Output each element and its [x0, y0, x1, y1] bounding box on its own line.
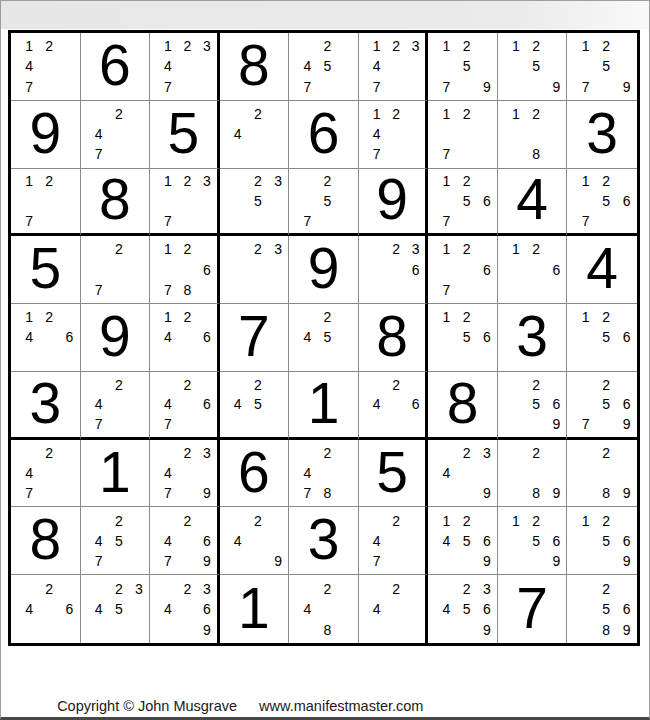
- cell-r8c4[interactable]: 249: [220, 507, 290, 575]
- cell-value: 4: [516, 171, 548, 228]
- candidate-empty: [616, 56, 637, 76]
- candidate-empty: [546, 144, 566, 164]
- candidate-digit: 1: [19, 307, 39, 327]
- candidate-empty: [457, 280, 477, 300]
- candidate-empty: [338, 191, 358, 211]
- candidate-digit: 9: [477, 483, 497, 503]
- candidate-empty: [317, 599, 337, 620]
- candidate-empty: [178, 599, 198, 620]
- candidate-empty: [178, 551, 198, 571]
- candidate-grid: 289: [575, 443, 637, 504]
- candidate-digit: 9: [197, 619, 217, 640]
- cell-r1c9[interactable]: 12579: [567, 33, 637, 101]
- cell-r2c6[interactable]: 1247: [359, 101, 429, 169]
- candidate-empty: [178, 463, 198, 483]
- candidate-digit: 2: [526, 375, 546, 395]
- candidate-empty: [406, 510, 426, 530]
- cell-r2c2[interactable]: 247: [81, 101, 151, 169]
- candidate-digit: 5: [596, 599, 617, 620]
- cell-r9c9[interactable]: 25689: [567, 575, 637, 643]
- cell-r6c6[interactable]: 246: [359, 372, 429, 440]
- candidate-empty: [178, 56, 198, 76]
- candidate-digit: 2: [457, 104, 477, 124]
- candidate-empty: [575, 619, 596, 640]
- cell-r1c6[interactable]: 12347: [359, 33, 429, 101]
- candidate-grid: 247: [89, 104, 150, 165]
- cell-r1c5[interactable]: 2457: [289, 33, 359, 101]
- candidate-digit: 7: [367, 144, 387, 164]
- candidate-digit: 3: [197, 578, 217, 599]
- candidate-digit: 2: [386, 375, 406, 395]
- candidate-empty: [436, 260, 456, 280]
- candidate-digit: 2: [39, 578, 59, 599]
- candidate-empty: [158, 191, 178, 211]
- candidate-empty: [477, 124, 497, 144]
- candidate-grid: 127: [436, 104, 497, 165]
- candidate-empty: [228, 375, 248, 395]
- candidate-empty: [406, 619, 426, 640]
- candidate-digit: 1: [436, 36, 456, 56]
- candidate-empty: [506, 414, 526, 434]
- candidate-empty: [546, 280, 566, 300]
- candidate-grid: 2478: [297, 443, 358, 504]
- cell-r9c4[interactable]: 1: [220, 575, 290, 643]
- cell-r3c1[interactable]: 127: [11, 169, 81, 237]
- candidate-empty: [406, 599, 426, 620]
- cell-r2c7[interactable]: 127: [428, 101, 498, 169]
- cell-r7c7[interactable]: 2349: [428, 440, 498, 508]
- candidate-digit: 9: [616, 619, 637, 640]
- candidate-digit: 4: [19, 327, 39, 347]
- candidate-empty: [129, 104, 149, 124]
- candidate-empty: [477, 510, 497, 530]
- candidate-digit: 9: [477, 551, 497, 571]
- cell-r9c5[interactable]: 248: [289, 575, 359, 643]
- candidate-digit: 2: [109, 104, 129, 124]
- candidate-empty: [575, 578, 596, 599]
- candidate-digit: 2: [248, 104, 268, 124]
- cell-r8c2[interactable]: 2457: [81, 507, 151, 575]
- cell-r3c9[interactable]: 12567: [567, 169, 637, 237]
- cell-r1c4[interactable]: 8: [220, 33, 290, 101]
- candidate-empty: [616, 348, 637, 368]
- candidate-grid: 127: [19, 172, 80, 231]
- cell-r4c3[interactable]: 12678: [150, 236, 220, 304]
- candidate-digit: 6: [406, 260, 426, 280]
- candidate-empty: [575, 375, 596, 395]
- candidate-digit: 2: [317, 172, 337, 192]
- cell-r2c4[interactable]: 24: [220, 101, 290, 169]
- candidate-digit: 4: [89, 394, 109, 414]
- candidate-empty: [268, 280, 288, 300]
- candidate-empty: [596, 414, 617, 434]
- candidate-digit: 2: [386, 36, 406, 56]
- cell-r8c7[interactable]: 124569: [428, 507, 498, 575]
- candidate-empty: [616, 307, 637, 327]
- candidate-empty: [457, 619, 477, 640]
- cell-r8c3[interactable]: 24679: [150, 507, 220, 575]
- candidate-empty: [197, 77, 217, 97]
- cell-r8c5[interactable]: 3: [289, 507, 359, 575]
- cell-r5c1[interactable]: 1246: [11, 304, 81, 372]
- candidate-empty: [406, 551, 426, 571]
- cell-r2c3[interactable]: 5: [150, 101, 220, 169]
- candidate-digit: 7: [89, 144, 109, 164]
- candidate-digit: 1: [506, 510, 526, 530]
- candidate-empty: [228, 551, 248, 571]
- candidate-empty: [526, 551, 546, 571]
- candidate-digit: 4: [158, 56, 178, 76]
- candidate-empty: [596, 463, 617, 483]
- top-band: [1, 1, 649, 29]
- candidate-empty: [268, 211, 288, 231]
- cell-value: 5: [29, 240, 61, 297]
- candidate-empty: [546, 239, 566, 259]
- candidate-empty: [386, 77, 406, 97]
- candidate-digit: 7: [575, 211, 596, 231]
- cell-r2c1[interactable]: 9: [11, 101, 81, 169]
- candidate-digit: 9: [616, 483, 637, 503]
- candidate-empty: [178, 414, 198, 434]
- candidate-empty: [575, 599, 596, 620]
- candidate-empty: [477, 307, 497, 327]
- candidate-digit: 2: [596, 510, 617, 530]
- candidate-empty: [59, 211, 79, 231]
- cell-r1c7[interactable]: 12579: [428, 33, 498, 101]
- candidate-empty: [457, 260, 477, 280]
- candidate-empty: [406, 578, 426, 599]
- candidate-empty: [197, 191, 217, 211]
- cell-r6c2[interactable]: 247: [81, 372, 151, 440]
- cell-r5c8[interactable]: 3: [498, 304, 568, 372]
- candidate-digit: 6: [546, 394, 566, 414]
- candidate-empty: [386, 394, 406, 414]
- candidate-empty: [19, 619, 39, 640]
- cell-r9c2[interactable]: 2345: [81, 575, 151, 643]
- cell-value: 8: [447, 375, 479, 432]
- candidate-digit: 4: [158, 599, 178, 620]
- candidate-empty: [129, 124, 149, 144]
- candidate-empty: [39, 327, 59, 347]
- cell-r4c4[interactable]: 23: [220, 236, 290, 304]
- candidate-digit: 4: [228, 531, 248, 551]
- cell-r7c2[interactable]: 1: [81, 440, 151, 508]
- candidate-grid: 247: [89, 375, 150, 434]
- candidate-digit: 4: [367, 531, 387, 551]
- cell-r2c8[interactable]: 128: [498, 101, 568, 169]
- candidate-digit: 2: [386, 578, 406, 599]
- candidate-empty: [367, 578, 387, 599]
- candidate-digit: 4: [297, 327, 317, 347]
- cell-r8c1[interactable]: 8: [11, 507, 81, 575]
- cell-r3c7[interactable]: 12567: [428, 169, 498, 237]
- cell-r2c9[interactable]: 3: [567, 101, 637, 169]
- candidate-empty: [39, 77, 59, 97]
- candidate-empty: [129, 280, 149, 300]
- cell-r4c6[interactable]: 236: [359, 236, 429, 304]
- candidate-digit: 1: [575, 36, 596, 56]
- candidate-empty: [228, 239, 248, 259]
- candidate-empty: [178, 327, 198, 347]
- candidate-digit: 7: [19, 211, 39, 231]
- cell-r4c2[interactable]: 27: [81, 236, 151, 304]
- candidate-empty: [39, 619, 59, 640]
- candidate-empty: [506, 463, 526, 483]
- cell-value: 9: [376, 171, 408, 228]
- cell-r4c5[interactable]: 9: [289, 236, 359, 304]
- candidate-empty: [477, 56, 497, 76]
- cell-r1c3[interactable]: 12347: [150, 33, 220, 101]
- cell-r9c6[interactable]: 24: [359, 575, 429, 643]
- candidate-digit: 3: [268, 172, 288, 192]
- candidate-empty: [297, 578, 317, 599]
- cell-r7c4[interactable]: 6: [220, 440, 290, 508]
- candidate-empty: [59, 348, 79, 368]
- candidate-empty: [546, 56, 566, 76]
- candidate-digit: 3: [477, 443, 497, 463]
- candidate-digit: 4: [436, 531, 456, 551]
- cell-r3c4[interactable]: 235: [220, 169, 290, 237]
- candidate-empty: [268, 124, 288, 144]
- candidate-digit: 6: [616, 599, 637, 620]
- candidate-empty: [228, 280, 248, 300]
- candidate-empty: [338, 599, 358, 620]
- candidate-empty: [386, 551, 406, 571]
- candidate-empty: [59, 578, 79, 599]
- candidate-digit: 7: [89, 551, 109, 571]
- candidate-empty: [386, 414, 406, 434]
- candidate-digit: 2: [178, 443, 198, 463]
- cell-r9c7[interactable]: 234569: [428, 575, 498, 643]
- candidate-digit: 7: [158, 211, 178, 231]
- candidate-empty: [158, 443, 178, 463]
- candidate-digit: 5: [457, 191, 477, 211]
- cell-r3c8[interactable]: 4: [498, 169, 568, 237]
- candidate-digit: 2: [109, 239, 129, 259]
- candidate-empty: [477, 211, 497, 231]
- cell-r5c5[interactable]: 245: [289, 304, 359, 372]
- cell-value: 8: [238, 37, 270, 94]
- candidate-digit: 4: [158, 531, 178, 551]
- cell-r6c1[interactable]: 3: [11, 372, 81, 440]
- candidate-empty: [19, 348, 39, 368]
- candidate-digit: 6: [197, 394, 217, 414]
- candidate-grid: 23: [228, 239, 289, 300]
- candidate-empty: [59, 56, 79, 76]
- cell-r7c8[interactable]: 289: [498, 440, 568, 508]
- cell-r8c9[interactable]: 12569: [567, 507, 637, 575]
- cell-r5c9[interactable]: 1256: [567, 304, 637, 372]
- candidate-digit: 2: [178, 510, 198, 530]
- candidate-digit: 4: [297, 599, 317, 620]
- cell-r1c2[interactable]: 6: [81, 33, 151, 101]
- candidate-empty: [248, 531, 268, 551]
- candidate-grid: 1259: [506, 36, 567, 97]
- candidate-digit: 4: [297, 463, 317, 483]
- candidate-digit: 2: [178, 375, 198, 395]
- cell-r1c8[interactable]: 1259: [498, 33, 568, 101]
- cell-r7c6[interactable]: 5: [359, 440, 429, 508]
- candidate-digit: 5: [526, 56, 546, 76]
- candidate-digit: 5: [526, 394, 546, 414]
- candidate-empty: [39, 599, 59, 620]
- cell-r4c8[interactable]: 126: [498, 236, 568, 304]
- candidate-empty: [89, 510, 109, 530]
- candidate-digit: 9: [477, 619, 497, 640]
- cell-r4c1[interactable]: 5: [11, 236, 81, 304]
- candidate-digit: 2: [317, 578, 337, 599]
- page: 1247612347824571234712579125912579924752…: [0, 0, 650, 720]
- cell-r4c9[interactable]: 4: [567, 236, 637, 304]
- candidate-empty: [338, 463, 358, 483]
- candidate-digit: 5: [596, 531, 617, 551]
- candidate-empty: [317, 463, 337, 483]
- candidate-empty: [109, 124, 129, 144]
- candidate-digit: 4: [158, 394, 178, 414]
- candidate-empty: [109, 619, 129, 640]
- candidate-empty: [109, 280, 129, 300]
- cell-r6c9[interactable]: 25679: [567, 372, 637, 440]
- candidate-empty: [228, 104, 248, 124]
- candidate-digit: 2: [248, 172, 268, 192]
- candidate-empty: [89, 578, 109, 599]
- cell-r5c2[interactable]: 9: [81, 304, 151, 372]
- cell-r6c7[interactable]: 8: [428, 372, 498, 440]
- candidate-grid: 23469: [158, 578, 217, 640]
- candidate-empty: [436, 483, 456, 503]
- candidate-empty: [228, 260, 248, 280]
- candidate-empty: [178, 77, 198, 97]
- cell-value: 1: [99, 444, 131, 501]
- cell-r6c3[interactable]: 2467: [150, 372, 220, 440]
- candidate-empty: [109, 394, 129, 414]
- candidate-grid: 246: [19, 578, 80, 640]
- cell-r7c9[interactable]: 289: [567, 440, 637, 508]
- candidate-digit: 1: [436, 172, 456, 192]
- cell-r8c6[interactable]: 247: [359, 507, 429, 575]
- cell-r3c2[interactable]: 8: [81, 169, 151, 237]
- candidate-digit: 4: [367, 124, 387, 144]
- cell-r7c5[interactable]: 2478: [289, 440, 359, 508]
- cell-r6c8[interactable]: 2569: [498, 372, 568, 440]
- candidate-digit: 2: [109, 578, 129, 599]
- candidate-grid: 289: [506, 443, 567, 504]
- candidate-digit: 9: [616, 414, 637, 434]
- cell-r9c8[interactable]: 7: [498, 575, 568, 643]
- candidate-empty: [248, 260, 268, 280]
- candidate-digit: 3: [406, 36, 426, 56]
- cell-r5c6[interactable]: 8: [359, 304, 429, 372]
- candidate-empty: [616, 172, 637, 192]
- candidate-empty: [386, 280, 406, 300]
- candidate-empty: [129, 510, 149, 530]
- candidate-empty: [228, 211, 248, 231]
- candidate-digit: 2: [457, 307, 477, 327]
- cell-r6c5[interactable]: 1: [289, 372, 359, 440]
- candidate-digit: 4: [297, 56, 317, 76]
- candidate-empty: [436, 619, 456, 640]
- candidate-empty: [197, 463, 217, 483]
- cell-value: 6: [99, 37, 131, 94]
- candidate-empty: [406, 144, 426, 164]
- candidate-digit: 6: [59, 327, 79, 347]
- candidate-empty: [59, 36, 79, 56]
- candidate-empty: [129, 531, 149, 551]
- candidate-empty: [297, 191, 317, 211]
- candidate-empty: [436, 124, 456, 144]
- candidate-digit: 5: [526, 531, 546, 551]
- candidate-empty: [158, 348, 178, 368]
- candidate-empty: [268, 414, 288, 434]
- candidate-digit: 7: [89, 414, 109, 434]
- candidate-empty: [39, 463, 59, 483]
- candidate-digit: 7: [297, 77, 317, 97]
- candidate-empty: [129, 260, 149, 280]
- candidate-empty: [367, 619, 387, 640]
- candidate-empty: [575, 394, 596, 414]
- candidate-digit: 6: [477, 531, 497, 551]
- candidate-empty: [89, 260, 109, 280]
- candidate-empty: [158, 578, 178, 599]
- cell-r3c5[interactable]: 257: [289, 169, 359, 237]
- candidate-empty: [59, 77, 79, 97]
- cell-r3c6[interactable]: 9: [359, 169, 429, 237]
- candidate-empty: [546, 463, 566, 483]
- cell-value: 4: [586, 240, 618, 297]
- candidate-empty: [268, 531, 288, 551]
- cell-r1c1[interactable]: 1247: [11, 33, 81, 101]
- cell-value: 8: [99, 171, 131, 228]
- candidate-empty: [386, 599, 406, 620]
- cell-r2c5[interactable]: 6: [289, 101, 359, 169]
- cell-r9c3[interactable]: 23469: [150, 575, 220, 643]
- candidate-empty: [546, 443, 566, 463]
- candidate-digit: 6: [477, 191, 497, 211]
- cell-r7c1[interactable]: 247: [11, 440, 81, 508]
- cell-r7c3[interactable]: 23479: [150, 440, 220, 508]
- cell-r9c1[interactable]: 246: [11, 575, 81, 643]
- cell-r5c7[interactable]: 1256: [428, 304, 498, 372]
- cell-r5c3[interactable]: 1246: [150, 304, 220, 372]
- candidate-empty: [109, 551, 129, 571]
- cell-r5c4[interactable]: 7: [220, 304, 290, 372]
- candidate-digit: 5: [317, 191, 337, 211]
- candidate-empty: [129, 144, 149, 164]
- candidate-empty: [616, 375, 637, 395]
- candidate-digit: 7: [158, 414, 178, 434]
- candidate-empty: [248, 211, 268, 231]
- cell-r6c4[interactable]: 245: [220, 372, 290, 440]
- candidate-grid: 128: [506, 104, 567, 165]
- candidate-empty: [129, 414, 149, 434]
- candidate-empty: [248, 280, 268, 300]
- candidate-empty: [477, 239, 497, 259]
- candidate-digit: 7: [367, 551, 387, 571]
- candidate-empty: [197, 280, 217, 300]
- candidate-grid: 24679: [158, 510, 217, 571]
- candidate-empty: [457, 463, 477, 483]
- cell-r3c3[interactable]: 1237: [150, 169, 220, 237]
- cell-r4c7[interactable]: 1267: [428, 236, 498, 304]
- candidate-digit: 4: [19, 56, 39, 76]
- candidate-empty: [406, 56, 426, 76]
- candidate-empty: [178, 191, 198, 211]
- candidate-digit: 8: [596, 483, 617, 503]
- candidate-digit: 8: [178, 280, 198, 300]
- candidate-digit: 3: [129, 578, 149, 599]
- cell-r8c8[interactable]: 12569: [498, 507, 568, 575]
- candidate-digit: 2: [457, 510, 477, 530]
